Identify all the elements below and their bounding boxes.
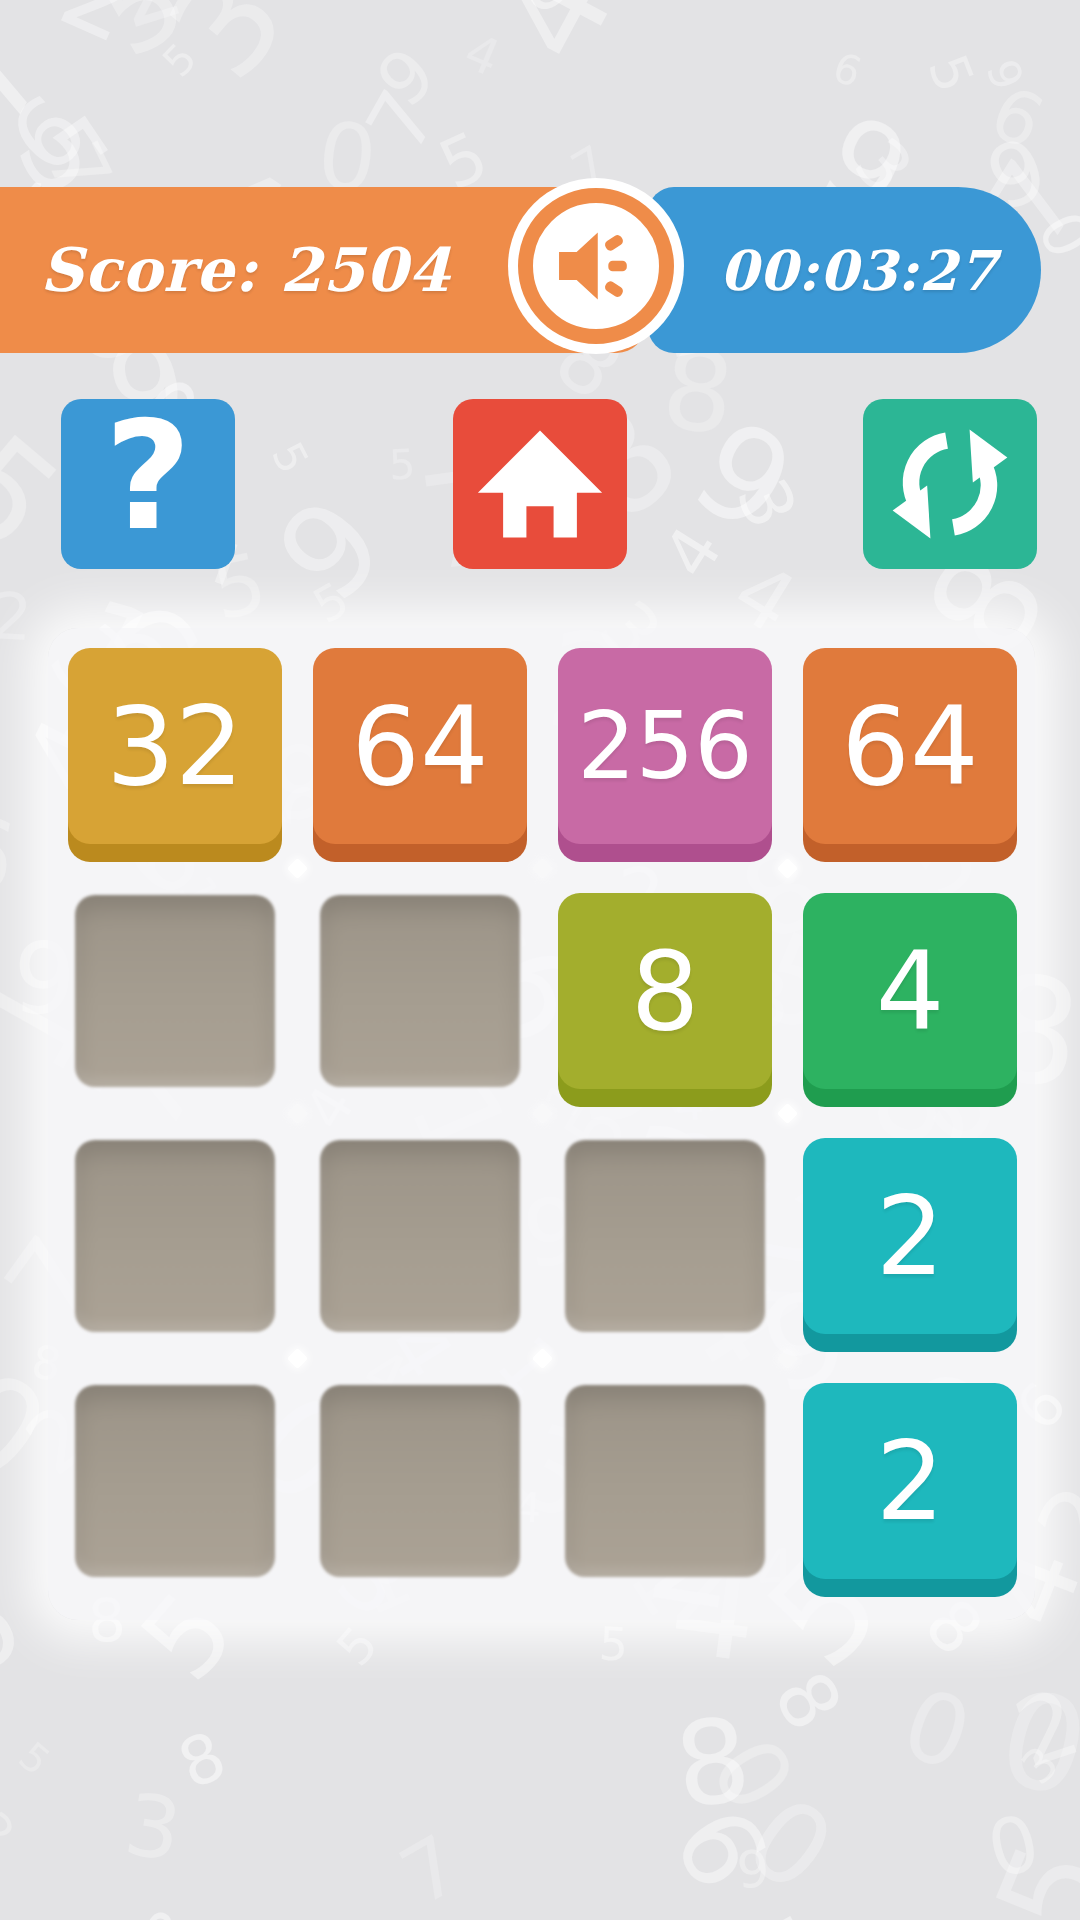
empty-cell [565,1140,765,1332]
tile-8: 8 [558,893,772,1089]
timer-text: 00:03:27 [691,238,997,303]
sound-button[interactable] [508,178,684,354]
tile-64: 64 [313,648,527,844]
board[interactable]: 3264256648422 [48,628,1035,1620]
tile-32: 32 [68,648,282,844]
tile-2: 2 [803,1138,1017,1334]
empty-cell [565,1385,765,1577]
tile-value: 2 [876,1419,945,1544]
empty-cell [320,1140,520,1332]
tile-64: 64 [803,648,1017,844]
tile-value: 4 [876,929,945,1054]
home-button[interactable] [453,399,627,569]
tile-value: 64 [351,684,488,809]
restart-icon [891,425,1009,543]
empty-cell [75,1140,275,1332]
controls-row: ? [0,399,1080,569]
tile-value: 32 [106,684,243,809]
timer-pill: 00:03:27 [648,187,1041,353]
empty-cell [320,895,520,1087]
question-mark-icon: ? [104,389,191,563]
home-icon [474,428,606,540]
tile-256: 256 [558,648,772,844]
sound-ring [518,188,674,344]
empty-cell [320,1385,520,1577]
tile-value: 2 [876,1174,945,1299]
score-text: Score: 2504 [40,187,451,353]
tile-value: 256 [577,693,753,800]
tile-4: 4 [803,893,1017,1089]
tile-2: 2 [803,1383,1017,1579]
game-screen: 2235720564340452274824389869107055892852… [0,0,1080,1920]
restart-button[interactable] [863,399,1037,569]
tile-value: 8 [631,929,700,1054]
empty-cell [75,1385,275,1577]
speaker-on-icon [552,222,640,310]
tile-value: 64 [841,684,978,809]
header-bar: Score: 2504 00:03:27 [0,187,1080,353]
help-button[interactable]: ? [61,399,235,569]
empty-cell [75,895,275,1087]
